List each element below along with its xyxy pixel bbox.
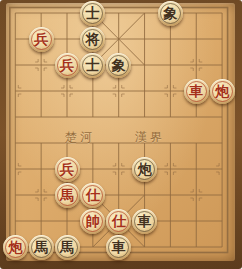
piece-red-soldier[interactable]: 兵 [29, 27, 54, 52]
piece-red-chariot[interactable]: 車 [184, 79, 209, 104]
piece-glyph: 炮 [138, 162, 152, 176]
piece-black-elephant[interactable]: 象 [158, 1, 183, 26]
piece-glyph: 士 [86, 58, 100, 72]
piece-glyph: 馬 [60, 240, 74, 254]
piece-glyph: 馬 [34, 240, 48, 254]
piece-black-horse[interactable]: 馬 [29, 235, 54, 260]
piece-black-chariot[interactable]: 車 [106, 235, 131, 260]
piece-black-horse[interactable]: 馬 [55, 235, 80, 260]
piece-glyph: 車 [138, 214, 152, 228]
piece-glyph: 象 [163, 6, 177, 20]
piece-red-soldier[interactable]: 兵 [55, 157, 80, 182]
piece-red-cannon[interactable]: 炮 [3, 235, 28, 260]
piece-glyph: 車 [112, 240, 126, 254]
piece-red-general[interactable]: 帥 [80, 209, 105, 234]
piece-glyph: 仕 [86, 188, 100, 202]
piece-black-advisor[interactable]: 士 [80, 53, 105, 78]
piece-red-cannon[interactable]: 炮 [210, 79, 235, 104]
piece-glyph: 炮 [8, 240, 22, 254]
piece-black-elephant[interactable]: 象 [106, 53, 131, 78]
piece-red-advisor[interactable]: 仕 [106, 209, 131, 234]
river-label-left: 楚河 [60, 129, 100, 145]
piece-black-cannon[interactable]: 炮 [132, 157, 157, 182]
xiangqi-app-window: 楚河 漢界 士象兵将兵士象車炮兵炮馬仕帥仕車炮馬馬車 [0, 0, 242, 269]
piece-glyph: 車 [189, 84, 203, 98]
piece-glyph: 士 [86, 6, 100, 20]
piece-glyph: 炮 [215, 84, 229, 98]
piece-black-advisor[interactable]: 士 [80, 1, 105, 26]
piece-glyph: 兵 [60, 58, 74, 72]
piece-glyph: 象 [112, 58, 126, 72]
piece-glyph: 帥 [86, 214, 100, 228]
piece-red-horse[interactable]: 馬 [55, 183, 80, 208]
river-label-right: 漢界 [130, 129, 170, 145]
piece-glyph: 仕 [112, 214, 126, 228]
piece-glyph: 兵 [34, 32, 48, 46]
piece-red-advisor[interactable]: 仕 [80, 183, 105, 208]
piece-black-general[interactable]: 将 [80, 27, 105, 52]
piece-glyph: 将 [86, 32, 100, 46]
piece-glyph: 馬 [60, 188, 74, 202]
piece-red-soldier[interactable]: 兵 [55, 53, 80, 78]
piece-glyph: 兵 [60, 162, 74, 176]
piece-black-chariot[interactable]: 車 [132, 209, 157, 234]
